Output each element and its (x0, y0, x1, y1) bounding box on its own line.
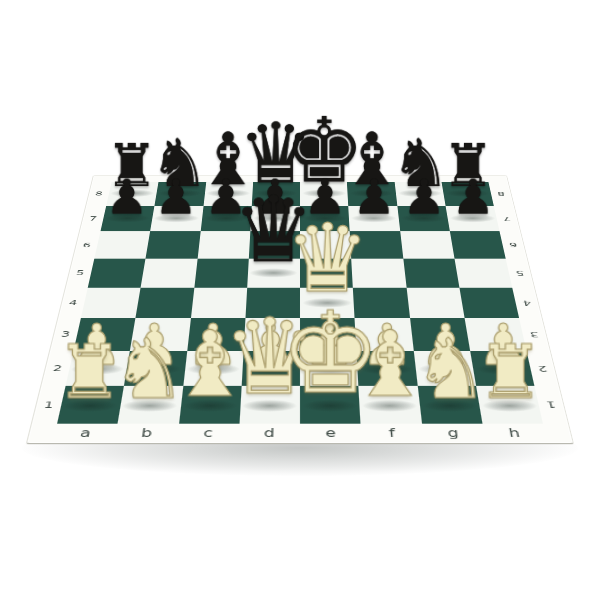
square-b6[interactable] (146, 231, 200, 258)
square-a8[interactable] (106, 182, 159, 206)
square-a6[interactable] (94, 231, 150, 258)
square-g8[interactable] (394, 182, 445, 206)
white-rook-glyph: ♜ (478, 336, 545, 410)
square-c6[interactable] (197, 231, 250, 258)
square-c5[interactable] (194, 259, 249, 288)
square-g6[interactable] (400, 231, 454, 258)
coord-label-g: g (421, 424, 485, 443)
coord-label-h: h (482, 424, 547, 443)
square-c8[interactable] (203, 182, 253, 206)
square-h6[interactable] (450, 231, 506, 258)
square-e8[interactable] (300, 182, 348, 206)
coord-label-a: a (53, 424, 118, 443)
coord-label-d: d (238, 424, 300, 443)
square-h5[interactable] (454, 259, 512, 288)
square-b8[interactable] (155, 182, 206, 206)
coord-label-f: f (361, 424, 424, 443)
square-c7[interactable] (200, 206, 251, 232)
square-h8[interactable] (441, 182, 494, 206)
coord-label-c: c (176, 424, 239, 443)
square-f8[interactable] (347, 182, 397, 206)
square-h7[interactable] (445, 206, 499, 232)
coord-label-b: b (115, 424, 179, 443)
file-labels-bottom: abcdefgh (53, 424, 548, 443)
coord-label-e: e (300, 424, 362, 443)
square-g5[interactable] (403, 259, 459, 288)
photo-stage: 87654321 87654321 abcdefgh ♜♞♝♛♚♝♞♜♟♟♟♟♟… (0, 0, 600, 600)
square-d8[interactable] (252, 182, 300, 206)
square-a7[interactable] (100, 206, 154, 232)
square-a5[interactable] (88, 259, 146, 288)
square-b5[interactable] (141, 259, 197, 288)
square-b7[interactable] (150, 206, 203, 232)
chess-board-3d: 87654321 87654321 abcdefgh ♜♞♝♛♚♝♞♜♟♟♟♟♟… (26, 175, 575, 444)
square-g7[interactable] (397, 206, 450, 232)
